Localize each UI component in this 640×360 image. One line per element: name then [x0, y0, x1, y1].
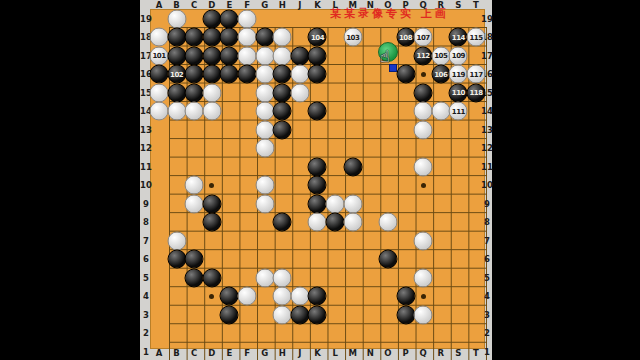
- stone-black: [202, 46, 221, 65]
- col-label-top: R: [437, 1, 444, 10]
- col-label-top: K: [314, 1, 321, 10]
- stone-black: [343, 157, 362, 176]
- col-label-top: T: [473, 1, 479, 10]
- move-number: 106: [434, 70, 447, 78]
- stone-white: [202, 102, 221, 121]
- stone-black: [396, 287, 415, 306]
- move-number: 102: [170, 70, 183, 78]
- stone-white: [290, 287, 309, 306]
- stone-white: [414, 102, 433, 121]
- stone-white: [185, 194, 204, 213]
- col-label-top: G: [261, 1, 268, 10]
- stone-white: [308, 213, 327, 232]
- stone-black: 108: [396, 28, 415, 47]
- stone-black: [202, 213, 221, 232]
- col-label-bottom: E: [227, 349, 233, 358]
- stone-white: [378, 213, 397, 232]
- stone-black: 112: [414, 46, 433, 65]
- stone-black: [167, 250, 186, 269]
- stone-white: [167, 231, 186, 250]
- stone-white: [150, 28, 169, 47]
- stone-black: [167, 46, 186, 65]
- col-label-bottom: L: [332, 349, 337, 358]
- move-number: 117: [469, 70, 482, 78]
- stone-white: [414, 120, 433, 139]
- col-label-bottom: D: [208, 349, 215, 358]
- row-label-right: 12: [481, 144, 493, 153]
- move-number: 107: [417, 33, 430, 41]
- stone-white: [414, 268, 433, 287]
- col-label-top: F: [244, 1, 250, 10]
- stone-black: [308, 194, 327, 213]
- stone-black: [202, 268, 221, 287]
- stone-white: [185, 176, 204, 195]
- star-point: [421, 294, 426, 299]
- stone-white: [255, 83, 274, 102]
- col-label-bottom: N: [367, 349, 374, 358]
- row-label-right: 3: [484, 311, 490, 320]
- stone-black: [308, 65, 327, 84]
- stone-white: 115: [466, 28, 485, 47]
- stone-black: [308, 287, 327, 306]
- stone-white: [202, 83, 221, 102]
- col-label-bottom: S: [455, 349, 461, 358]
- stone-black: [220, 9, 239, 28]
- row-label-right: 9: [484, 200, 490, 209]
- col-label-top: O: [384, 1, 391, 10]
- stone-black: 104: [308, 28, 327, 47]
- stone-black: [185, 28, 204, 47]
- stone-black: [185, 268, 204, 287]
- row-label-right: 4: [484, 292, 490, 301]
- col-label-top: H: [279, 1, 286, 10]
- stone-black: 118: [466, 83, 485, 102]
- col-label-top: S: [455, 1, 461, 10]
- row-label-left: 13: [140, 125, 152, 134]
- stone-white: [273, 305, 292, 324]
- stone-white: [255, 102, 274, 121]
- move-number: 114: [452, 33, 465, 41]
- move-number: 108: [399, 33, 412, 41]
- stone-white: [238, 46, 257, 65]
- stone-white: [414, 157, 433, 176]
- stone-black: [220, 28, 239, 47]
- stone-white: [238, 287, 257, 306]
- col-label-top: J: [298, 1, 301, 10]
- move-number: 109: [452, 52, 465, 60]
- col-label-top: A: [156, 1, 163, 10]
- row-label-right: 13: [481, 125, 493, 134]
- stone-white: [343, 213, 362, 232]
- row-label-right: 11: [481, 162, 493, 171]
- col-label-bottom: F: [244, 349, 250, 358]
- stone-white: [255, 139, 274, 158]
- stone-black: [220, 287, 239, 306]
- col-label-bottom: C: [191, 349, 197, 358]
- stone-white: 103: [343, 28, 362, 47]
- row-label-left: 10: [140, 181, 152, 190]
- stone-white: 107: [414, 28, 433, 47]
- stone-white: [273, 46, 292, 65]
- col-label-top: B: [173, 1, 179, 10]
- stone-black: [308, 305, 327, 324]
- stone-black: [290, 305, 309, 324]
- stone-white: 105: [431, 46, 450, 65]
- row-label-right: 19: [481, 14, 493, 23]
- row-label-right: 7: [484, 237, 490, 246]
- row-label-left: 4: [143, 292, 149, 301]
- stone-white: [238, 28, 257, 47]
- col-label-bottom: K: [314, 349, 321, 358]
- move-number: 104: [311, 33, 324, 41]
- row-label-left: 12: [140, 144, 152, 153]
- stone-black: [396, 305, 415, 324]
- stone-black: [273, 65, 292, 84]
- row-label-left: 3: [143, 311, 149, 320]
- col-label-bottom: Q: [420, 349, 427, 358]
- row-label-left: 19: [140, 14, 152, 23]
- stone-black: [326, 213, 345, 232]
- stone-black: 110: [449, 83, 468, 102]
- stone-white: [255, 194, 274, 213]
- row-label-right: 6: [484, 255, 490, 264]
- row-label-left: 6: [143, 255, 149, 264]
- stone-white: [343, 194, 362, 213]
- cursor-blue-square: [389, 64, 397, 72]
- move-number: 118: [469, 89, 482, 97]
- row-label-left: 2: [143, 329, 149, 338]
- row-label-left: 11: [140, 162, 152, 171]
- stone-black: [396, 65, 415, 84]
- row-label-right: 8: [484, 218, 490, 227]
- stone-black: [308, 46, 327, 65]
- col-label-bottom: B: [173, 349, 179, 358]
- stone-white: [167, 102, 186, 121]
- move-number: 111: [452, 107, 465, 115]
- row-label-right: 5: [484, 274, 490, 283]
- move-number: 101: [152, 52, 165, 60]
- star-point: [421, 72, 426, 77]
- stone-white: [290, 83, 309, 102]
- col-label-bottom: H: [279, 349, 286, 358]
- stone-black: [202, 28, 221, 47]
- stone-white: [150, 102, 169, 121]
- stone-white: [273, 28, 292, 47]
- move-number: 119: [452, 70, 465, 78]
- col-label-bottom: G: [261, 349, 268, 358]
- stone-black: [202, 194, 221, 213]
- row-label-left: 5: [143, 274, 149, 283]
- row-label-right: 14: [481, 107, 493, 116]
- col-label-bottom: T: [473, 349, 479, 358]
- stone-white: 101: [150, 46, 169, 65]
- col-label-top: E: [227, 1, 233, 10]
- row-label-left: 8: [143, 218, 149, 227]
- stone-white: [326, 194, 345, 213]
- col-label-bottom: A: [156, 349, 163, 358]
- stone-black: [220, 65, 239, 84]
- row-label-left: 7: [143, 237, 149, 246]
- col-label-top: L: [332, 1, 337, 10]
- row-label-right: 10: [481, 181, 493, 190]
- col-label-top: C: [191, 1, 197, 10]
- stone-black: [220, 46, 239, 65]
- move-number: 105: [434, 52, 447, 60]
- stone-black: [290, 46, 309, 65]
- stone-black: [185, 250, 204, 269]
- col-label-top: M: [348, 1, 356, 10]
- row-label-left: 9: [143, 200, 149, 209]
- stone-black: [273, 102, 292, 121]
- stone-black: [273, 120, 292, 139]
- app-window: 某某录像专实 上画 AABBCCDDEEFFGGHHJJKKLLMMNNOOPP…: [0, 0, 640, 360]
- stone-black: [185, 65, 204, 84]
- stone-white: [238, 9, 257, 28]
- stone-white: [255, 268, 274, 287]
- col-label-bottom: J: [298, 349, 301, 358]
- move-number: 110: [452, 89, 465, 97]
- stone-white: [414, 305, 433, 324]
- stone-black: [185, 83, 204, 102]
- stone-white: [255, 176, 274, 195]
- move-number: 103: [346, 33, 359, 41]
- stone-black: [308, 176, 327, 195]
- stone-white: [273, 287, 292, 306]
- stone-white: [255, 65, 274, 84]
- stone-white: [431, 102, 450, 121]
- col-label-top: Q: [420, 1, 427, 10]
- stone-white: [167, 9, 186, 28]
- stone-white: [273, 268, 292, 287]
- stone-black: [273, 213, 292, 232]
- stone-black: [308, 157, 327, 176]
- stone-black: [238, 65, 257, 84]
- col-label-bottom: P: [402, 349, 408, 358]
- stone-white: [255, 120, 274, 139]
- stone-black: [185, 46, 204, 65]
- stone-white: [255, 46, 274, 65]
- stone-white: [414, 231, 433, 250]
- go-board-panel: 某某录像专实 上画 AABBCCDDEEFFGGHHJJKKLLMMNNOOPP…: [140, 0, 492, 360]
- stone-black: 114: [449, 28, 468, 47]
- stone-black: 106: [431, 65, 450, 84]
- stone-white: 117: [466, 65, 485, 84]
- row-label-right: 2: [484, 329, 490, 338]
- stone-white: 119: [449, 65, 468, 84]
- stone-black: [255, 28, 274, 47]
- stone-black: [202, 65, 221, 84]
- star-point: [421, 183, 426, 188]
- stone-black: [414, 83, 433, 102]
- move-number: 115: [469, 33, 482, 41]
- stone-black: [150, 65, 169, 84]
- stone-black: [378, 250, 397, 269]
- stone-white: [290, 65, 309, 84]
- stone-white: [150, 83, 169, 102]
- stone-black: [220, 305, 239, 324]
- col-label-bottom: R: [437, 349, 444, 358]
- col-label-top: N: [367, 1, 374, 10]
- stone-white: [185, 102, 204, 121]
- stone-black: 102: [167, 65, 186, 84]
- row-label-right: 17: [481, 51, 493, 60]
- move-number: 112: [417, 52, 430, 60]
- col-label-bottom: M: [348, 349, 356, 358]
- stone-black: [167, 28, 186, 47]
- stone-black: [167, 83, 186, 102]
- stone-black: [202, 9, 221, 28]
- row-label-left: 1: [143, 348, 149, 357]
- stone-black: [308, 102, 327, 121]
- stone-black: [273, 83, 292, 102]
- row-label-right: 1: [484, 348, 490, 357]
- col-label-top: P: [402, 1, 408, 10]
- stone-white: 111: [449, 102, 468, 121]
- stone-white: 109: [449, 46, 468, 65]
- col-label-bottom: O: [384, 349, 391, 358]
- col-label-top: D: [208, 1, 215, 10]
